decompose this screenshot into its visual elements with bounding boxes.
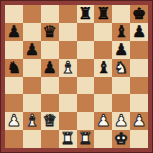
square-b8[interactable] — [23, 5, 41, 23]
square-h3[interactable] — [130, 94, 148, 112]
square-h4[interactable] — [130, 77, 148, 95]
square-h7[interactable]: ♟ — [130, 23, 148, 41]
square-e3[interactable] — [77, 94, 95, 112]
square-c2[interactable]: ♛ — [41, 112, 59, 130]
square-h8[interactable]: ♚ — [130, 5, 148, 23]
square-b1[interactable] — [23, 130, 41, 148]
piece-black-bishop: ♝ — [114, 23, 128, 39]
square-g1[interactable]: ♚ — [112, 130, 130, 148]
square-b3[interactable] — [23, 94, 41, 112]
piece-white-pawn: ♟ — [132, 113, 146, 129]
square-c5[interactable]: ♟ — [41, 59, 59, 77]
square-c7[interactable]: ♛ — [41, 23, 59, 41]
piece-white-bishop: ♝ — [60, 59, 74, 75]
square-e2[interactable] — [77, 112, 95, 130]
square-g5[interactable]: ♞ — [112, 59, 130, 77]
square-a7[interactable]: ♟ — [5, 23, 23, 41]
piece-black-queen: ♛ — [43, 23, 57, 39]
square-a1[interactable] — [5, 130, 23, 148]
piece-white-knight: ♞ — [114, 59, 128, 75]
piece-black-knight: ♞ — [7, 59, 21, 75]
square-c6[interactable] — [41, 41, 59, 59]
square-h5[interactable] — [130, 59, 148, 77]
square-g4[interactable] — [112, 77, 130, 95]
square-c4[interactable] — [41, 77, 59, 95]
piece-white-queen: ♛ — [43, 113, 57, 129]
square-d1[interactable]: ♜ — [59, 130, 77, 148]
square-e6[interactable] — [77, 41, 95, 59]
square-f3[interactable] — [94, 94, 112, 112]
piece-white-pawn: ♟ — [96, 113, 110, 129]
square-h6[interactable] — [130, 41, 148, 59]
square-b4[interactable] — [23, 77, 41, 95]
square-e4[interactable] — [77, 77, 95, 95]
piece-white-bishop: ♝ — [25, 113, 39, 129]
piece-black-pawn: ♟ — [25, 41, 39, 57]
square-a4[interactable] — [5, 77, 23, 95]
square-c8[interactable] — [41, 5, 59, 23]
square-f7[interactable] — [94, 23, 112, 41]
square-a8[interactable] — [5, 5, 23, 23]
piece-white-pawn: ♟ — [7, 113, 21, 129]
square-g2[interactable]: ♟ — [112, 112, 130, 130]
piece-black-king: ♚ — [132, 5, 146, 21]
square-c1[interactable] — [41, 130, 59, 148]
square-d4[interactable] — [59, 77, 77, 95]
square-a5[interactable]: ♞ — [5, 59, 23, 77]
piece-white-rook: ♜ — [78, 131, 92, 147]
piece-white-king: ♚ — [114, 131, 128, 147]
square-f2[interactable]: ♟ — [94, 112, 112, 130]
square-f8[interactable]: ♜ — [94, 5, 112, 23]
square-g7[interactable]: ♝ — [112, 23, 130, 41]
piece-white-rook: ♜ — [60, 131, 74, 147]
piece-black-rook: ♜ — [78, 5, 92, 21]
square-d3[interactable] — [59, 94, 77, 112]
square-b7[interactable] — [23, 23, 41, 41]
square-b5[interactable] — [23, 59, 41, 77]
square-g6[interactable]: ♟ — [112, 41, 130, 59]
square-b2[interactable]: ♝ — [23, 112, 41, 130]
piece-black-rook: ♜ — [96, 5, 110, 21]
piece-black-pawn: ♟ — [132, 23, 146, 39]
piece-black-bishop: ♝ — [96, 59, 110, 75]
square-g8[interactable] — [112, 5, 130, 23]
square-f4[interactable] — [94, 77, 112, 95]
square-e8[interactable]: ♜ — [77, 5, 95, 23]
chess-board-frame: ♜♜♚♟♛♝♟♟♟♞♟♝♝♞♟♝♛♟♟♟♜♜♚ — [0, 0, 153, 153]
square-h1[interactable] — [130, 130, 148, 148]
square-e7[interactable] — [77, 23, 95, 41]
piece-black-pawn: ♟ — [114, 41, 128, 57]
square-c3[interactable] — [41, 94, 59, 112]
square-e5[interactable] — [77, 59, 95, 77]
square-d6[interactable] — [59, 41, 77, 59]
square-a3[interactable] — [5, 94, 23, 112]
square-d5[interactable]: ♝ — [59, 59, 77, 77]
chess-board: ♜♜♚♟♛♝♟♟♟♞♟♝♝♞♟♝♛♟♟♟♜♜♚ — [5, 5, 148, 148]
piece-black-pawn: ♟ — [43, 59, 57, 75]
square-a6[interactable] — [5, 41, 23, 59]
piece-black-pawn: ♟ — [7, 23, 21, 39]
square-f5[interactable]: ♝ — [94, 59, 112, 77]
square-f1[interactable] — [94, 130, 112, 148]
square-d7[interactable] — [59, 23, 77, 41]
square-d2[interactable] — [59, 112, 77, 130]
square-e1[interactable]: ♜ — [77, 130, 95, 148]
square-f6[interactable] — [94, 41, 112, 59]
square-b6[interactable]: ♟ — [23, 41, 41, 59]
square-a2[interactable]: ♟ — [5, 112, 23, 130]
square-g3[interactable] — [112, 94, 130, 112]
square-d8[interactable] — [59, 5, 77, 23]
piece-white-pawn: ♟ — [114, 113, 128, 129]
square-h2[interactable]: ♟ — [130, 112, 148, 130]
